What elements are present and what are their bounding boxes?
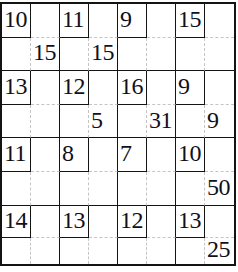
cell-r2c1[interactable]	[31, 71, 60, 105]
cage-clue-number: 10	[4, 7, 27, 31]
cage-clue-number: 13	[178, 208, 201, 232]
cage-clue-number: 12	[62, 74, 85, 98]
cell-r7c6[interactable]	[176, 238, 205, 264]
cage-clue-number: 13	[62, 208, 85, 232]
cell-number: 15	[91, 40, 114, 64]
cell-r6c5[interactable]	[147, 206, 176, 238]
clue-cell-r0c0: 10	[2, 4, 31, 38]
cell-r3c3[interactable]: 5	[89, 105, 118, 139]
cell-number: 50	[207, 175, 230, 199]
cell-r1c5[interactable]	[147, 38, 176, 72]
clue-cell-r0c6: 15	[176, 4, 205, 38]
cell-r5c4[interactable]	[118, 172, 147, 206]
cell-number: 5	[91, 108, 103, 132]
cell-number: 31	[149, 108, 172, 132]
cell-r2c5[interactable]	[147, 71, 176, 105]
cage-clue-number: 11	[62, 7, 84, 31]
clue-cell-r6c6: 13	[176, 206, 205, 238]
clue-cell-r4c6: 10	[176, 138, 205, 172]
cell-number: 25	[207, 238, 230, 262]
cell-r5c1[interactable]	[31, 172, 60, 206]
cage-clue-number: 12	[120, 208, 143, 232]
cell-r5c0[interactable]	[2, 172, 31, 206]
cell-r3c0[interactable]	[2, 105, 31, 139]
clue-cell-r6c0: 14	[2, 206, 31, 238]
clue-cell-r6c4: 12	[118, 206, 147, 238]
cage-clue-number: 11	[4, 141, 26, 165]
cell-r1c7[interactable]	[205, 38, 234, 72]
cell-r6c7[interactable]	[205, 206, 234, 238]
cell-r3c4[interactable]	[118, 105, 147, 139]
cell-number: 9	[207, 108, 219, 132]
cage-clue-number: 13	[4, 74, 27, 98]
clue-cell-r0c4: 9	[118, 4, 147, 38]
cell-r0c3[interactable]	[89, 4, 118, 38]
cell-r1c3[interactable]: 15	[89, 38, 118, 72]
cell-r5c3[interactable]	[89, 172, 118, 206]
cell-r7c7[interactable]: 25	[205, 238, 234, 264]
cell-r3c2[interactable]	[60, 105, 89, 139]
cell-r5c5[interactable]	[147, 172, 176, 206]
cell-r1c1[interactable]: 15	[31, 38, 60, 72]
cell-r4c3[interactable]	[89, 138, 118, 172]
clue-cell-r4c4: 7	[118, 138, 147, 172]
cell-r3c7[interactable]: 9	[205, 105, 234, 139]
cell-r0c7[interactable]	[205, 4, 234, 38]
cell-r1c2[interactable]	[60, 38, 89, 72]
clue-cell-r0c2: 11	[60, 4, 89, 38]
cell-r5c7[interactable]: 50	[205, 172, 234, 206]
cell-r1c0[interactable]	[2, 38, 31, 72]
cell-r6c3[interactable]	[89, 206, 118, 238]
cell-r7c1[interactable]	[31, 238, 60, 264]
cage-clue-number: 10	[178, 141, 201, 165]
cell-r4c7[interactable]	[205, 138, 234, 172]
cage-clue-number: 9	[178, 74, 190, 98]
cell-r7c5[interactable]	[147, 238, 176, 264]
cell-r7c0[interactable]	[2, 238, 31, 264]
cell-r6c1[interactable]	[31, 206, 60, 238]
cell-r4c1[interactable]	[31, 138, 60, 172]
cell-r3c6[interactable]	[176, 105, 205, 139]
cell-r5c2[interactable]	[60, 172, 89, 206]
clue-cell-r2c2: 12	[60, 71, 89, 105]
cell-r3c1[interactable]	[31, 105, 60, 139]
cell-r5c6[interactable]	[176, 172, 205, 206]
cell-r4c5[interactable]	[147, 138, 176, 172]
cell-r1c4[interactable]	[118, 38, 147, 72]
puzzle-board: 1011915151513121695319118710501413121325	[0, 2, 236, 266]
clue-cell-r4c2: 8	[60, 138, 89, 172]
cell-r3c5[interactable]: 31	[147, 105, 176, 139]
cage-clue-number: 7	[120, 141, 132, 165]
clue-cell-r2c4: 16	[118, 71, 147, 105]
cell-r0c5[interactable]	[147, 4, 176, 38]
cell-r7c4[interactable]	[118, 238, 147, 264]
clue-cell-r4c0: 11	[2, 138, 31, 172]
cage-clue-number: 16	[120, 74, 143, 98]
cell-r7c2[interactable]	[60, 238, 89, 264]
cell-r7c3[interactable]	[89, 238, 118, 264]
cage-clue-number: 14	[4, 208, 27, 232]
cell-r2c3[interactable]	[89, 71, 118, 105]
cell-r0c1[interactable]	[31, 4, 60, 38]
cell-r1c6[interactable]	[176, 38, 205, 72]
cage-clue-number: 15	[178, 7, 201, 31]
clue-cell-r2c0: 13	[2, 71, 31, 105]
cell-r2c7[interactable]	[205, 71, 234, 105]
clue-cell-r6c2: 13	[60, 206, 89, 238]
cell-number: 15	[33, 40, 56, 64]
clue-cell-r2c6: 9	[176, 71, 205, 105]
cage-clue-number: 9	[120, 7, 132, 31]
cage-clue-number: 8	[62, 141, 74, 165]
